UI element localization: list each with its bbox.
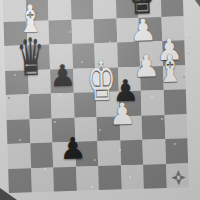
square-c8[interactable] <box>48 0 71 20</box>
square-h5[interactable]: ♝ <box>163 65 186 90</box>
square-g3[interactable] <box>142 114 165 139</box>
square-f3[interactable]: ♟ <box>119 115 142 140</box>
square-b1[interactable] <box>31 167 54 192</box>
square-c5[interactable]: ♟ <box>50 68 73 93</box>
square-a2[interactable] <box>7 143 30 168</box>
square-g1[interactable] <box>143 163 166 188</box>
white-pawn[interactable]: ♟ <box>129 18 157 42</box>
frame-markings: · ı · <box>186 45 193 63</box>
board-frame: ♚♝♟♟♛♟♟♝♚♟♟♟♟♟♟♟ · ı · · <box>0 0 200 200</box>
square-h2[interactable] <box>165 138 188 163</box>
square-h1[interactable]: ♟♟♟♟ <box>166 163 189 188</box>
square-b2[interactable] <box>30 143 53 168</box>
square-a1[interactable] <box>8 168 31 193</box>
square-c4[interactable] <box>51 93 74 118</box>
square-b5[interactable]: ♛ <box>28 69 51 94</box>
square-g2[interactable] <box>142 139 165 164</box>
square-b4[interactable] <box>28 94 51 119</box>
black-pawn[interactable]: ♟ <box>59 137 87 161</box>
square-e2[interactable] <box>97 140 120 165</box>
square-g4[interactable] <box>141 90 164 115</box>
square-c7[interactable] <box>49 19 72 44</box>
square-a4[interactable] <box>6 94 29 119</box>
square-d1[interactable] <box>76 166 99 191</box>
black-queen[interactable]: ♛ <box>16 37 45 78</box>
frame-tick-mark: · <box>190 137 192 143</box>
square-h3[interactable] <box>164 114 187 139</box>
black-pawn[interactable]: ♟ <box>49 63 77 87</box>
square-d7[interactable] <box>71 19 94 44</box>
square-c1[interactable] <box>53 166 76 191</box>
square-c2[interactable]: ♟ <box>52 142 75 167</box>
square-e1[interactable] <box>98 165 121 190</box>
square-h8[interactable] <box>160 0 183 17</box>
four-pawn-diamond-logo: ♟♟♟♟ <box>170 168 187 186</box>
chess-board[interactable]: ♚♝♟♟♛♟♟♝♚♟♟♟♟♟♟♟ <box>3 0 189 193</box>
white-bishop[interactable]: ♝ <box>156 55 183 85</box>
square-h4[interactable] <box>163 89 186 114</box>
square-e8[interactable] <box>93 0 116 19</box>
square-e7[interactable] <box>94 18 117 43</box>
white-pawn[interactable]: ♟ <box>108 102 136 126</box>
square-f1[interactable] <box>121 164 144 189</box>
square-b3[interactable] <box>29 118 52 143</box>
chessboard-photo: ♚♝♟♟♛♟♟♝♚♟♟♟♟♟♟♟ · ı · · <box>0 0 200 200</box>
square-a3[interactable] <box>7 119 30 144</box>
square-f2[interactable] <box>120 140 143 165</box>
square-d8[interactable] <box>70 0 93 19</box>
